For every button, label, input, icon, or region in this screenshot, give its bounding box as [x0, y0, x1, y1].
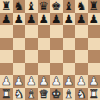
square-c4[interactable] [25, 50, 38, 63]
white-rook: ♜ [89, 88, 99, 101]
white-pawn: ♟ [51, 75, 61, 88]
white-pawn: ♟ [64, 75, 74, 88]
square-b6[interactable] [13, 25, 26, 38]
square-d6[interactable] [38, 25, 51, 38]
white-rook: ♜ [1, 88, 11, 101]
square-h6[interactable] [88, 25, 101, 38]
white-pawn: ♟ [26, 75, 36, 88]
square-b1[interactable]: ♞ [13, 88, 26, 101]
white-pawn: ♟ [14, 75, 24, 88]
square-a8[interactable]: ♜ [0, 0, 13, 13]
square-a2[interactable]: ♟ [0, 75, 13, 88]
square-e1[interactable]: ♚ [50, 88, 63, 101]
square-c8[interactable]: ♝ [25, 0, 38, 13]
square-e7[interactable]: ♟ [50, 13, 63, 26]
black-pawn: ♟ [89, 13, 99, 26]
chess-board: ♜♞♝♛♚♝♞♜♟♟♟♟♟♟♟♟♟♟♟♟♟♟♟♟♜♞♝♛♚♝♞♜ [0, 0, 100, 100]
square-f5[interactable] [63, 38, 76, 51]
square-h7[interactable]: ♟ [88, 13, 101, 26]
white-pawn: ♟ [39, 75, 49, 88]
black-pawn: ♟ [14, 13, 24, 26]
white-queen: ♛ [39, 88, 49, 101]
square-g2[interactable]: ♟ [75, 75, 88, 88]
square-f8[interactable]: ♝ [63, 0, 76, 13]
black-bishop: ♝ [64, 0, 74, 13]
square-f1[interactable]: ♝ [63, 88, 76, 101]
square-f4[interactable] [63, 50, 76, 63]
square-d8[interactable]: ♛ [38, 0, 51, 13]
square-c1[interactable]: ♝ [25, 88, 38, 101]
square-c7[interactable]: ♟ [25, 13, 38, 26]
square-b5[interactable] [13, 38, 26, 51]
black-queen: ♛ [39, 0, 49, 13]
square-g6[interactable] [75, 25, 88, 38]
square-g8[interactable]: ♞ [75, 0, 88, 13]
black-pawn: ♟ [76, 13, 86, 26]
square-f2[interactable]: ♟ [63, 75, 76, 88]
black-pawn: ♟ [51, 13, 61, 26]
square-c2[interactable]: ♟ [25, 75, 38, 88]
white-pawn: ♟ [76, 75, 86, 88]
black-pawn: ♟ [64, 13, 74, 26]
square-b7[interactable]: ♟ [13, 13, 26, 26]
square-d5[interactable] [38, 38, 51, 51]
square-a7[interactable]: ♟ [0, 13, 13, 26]
black-king: ♚ [51, 0, 61, 13]
black-rook: ♜ [1, 0, 11, 13]
black-pawn: ♟ [26, 13, 36, 26]
square-h2[interactable]: ♟ [88, 75, 101, 88]
black-rook: ♜ [89, 0, 99, 13]
square-g4[interactable] [75, 50, 88, 63]
square-c6[interactable] [25, 25, 38, 38]
square-f7[interactable]: ♟ [63, 13, 76, 26]
square-a5[interactable] [0, 38, 13, 51]
square-d7[interactable]: ♟ [38, 13, 51, 26]
square-g1[interactable]: ♞ [75, 88, 88, 101]
square-d1[interactable]: ♛ [38, 88, 51, 101]
square-b8[interactable]: ♞ [13, 0, 26, 13]
square-f6[interactable] [63, 25, 76, 38]
white-pawn: ♟ [1, 75, 11, 88]
white-knight: ♞ [14, 88, 24, 101]
square-e6[interactable] [50, 25, 63, 38]
square-e4[interactable] [50, 50, 63, 63]
white-bishop: ♝ [64, 88, 74, 101]
square-a1[interactable]: ♜ [0, 88, 13, 101]
square-e5[interactable] [50, 38, 63, 51]
square-e8[interactable]: ♚ [50, 0, 63, 13]
square-c5[interactable] [25, 38, 38, 51]
black-knight: ♞ [76, 0, 86, 13]
square-a6[interactable] [0, 25, 13, 38]
square-g5[interactable] [75, 38, 88, 51]
white-bishop: ♝ [26, 88, 36, 101]
square-d4[interactable] [38, 50, 51, 63]
square-b4[interactable] [13, 50, 26, 63]
square-e2[interactable]: ♟ [50, 75, 63, 88]
black-pawn: ♟ [1, 13, 11, 26]
square-d2[interactable]: ♟ [38, 75, 51, 88]
black-bishop: ♝ [26, 0, 36, 13]
square-a4[interactable] [0, 50, 13, 63]
square-h8[interactable]: ♜ [88, 0, 101, 13]
black-pawn: ♟ [39, 13, 49, 26]
white-king: ♚ [51, 88, 61, 101]
white-pawn: ♟ [89, 75, 99, 88]
square-b2[interactable]: ♟ [13, 75, 26, 88]
square-h5[interactable] [88, 38, 101, 51]
square-h4[interactable] [88, 50, 101, 63]
square-g7[interactable]: ♟ [75, 13, 88, 26]
square-h1[interactable]: ♜ [88, 88, 101, 101]
black-knight: ♞ [14, 0, 24, 13]
white-knight: ♞ [76, 88, 86, 101]
